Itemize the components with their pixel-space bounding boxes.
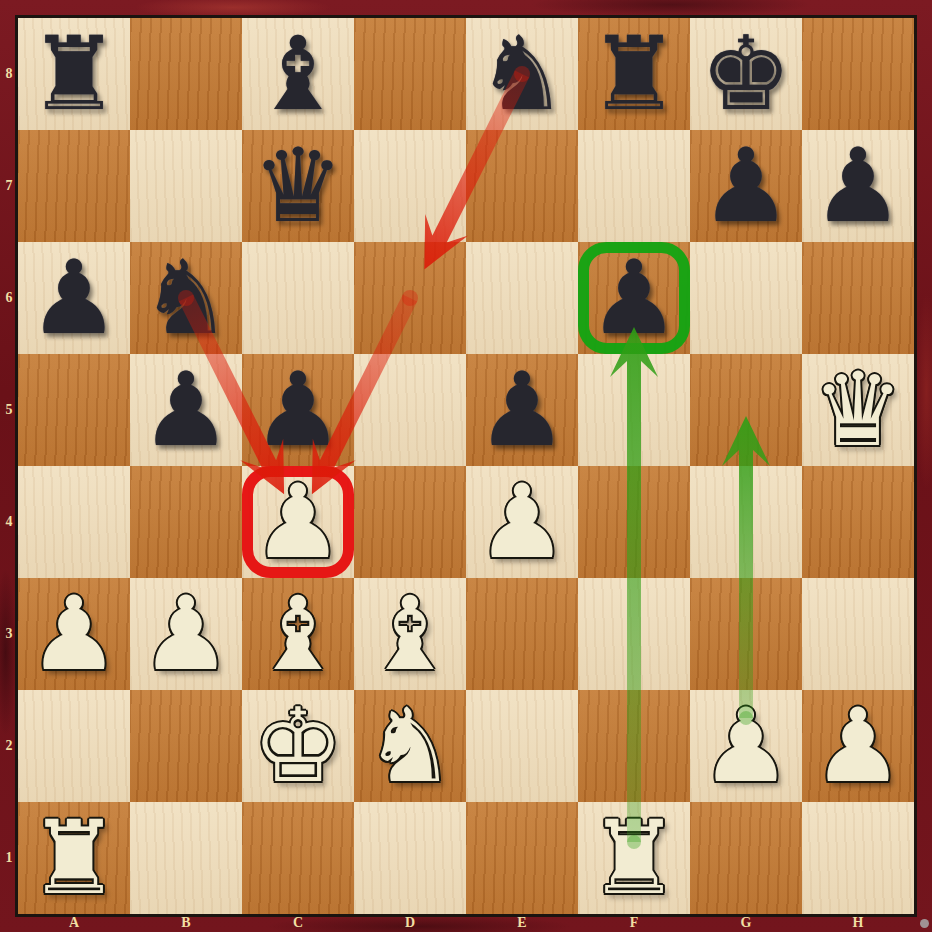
- file-coordinates: A B C D E F G H: [18, 913, 914, 932]
- piece-black-king-g8[interactable]: ♚: [700, 23, 791, 125]
- square-a6[interactable]: ♟: [18, 242, 130, 354]
- square-a7[interactable]: [18, 130, 130, 242]
- square-b1[interactable]: [130, 802, 242, 914]
- square-g2[interactable]: ♟: [690, 690, 802, 802]
- piece-white-rook-a1[interactable]: ♜: [28, 807, 119, 909]
- square-h6[interactable]: [802, 242, 914, 354]
- square-a2[interactable]: [18, 690, 130, 802]
- square-d6[interactable]: [354, 242, 466, 354]
- file-label-b: B: [130, 913, 242, 932]
- piece-white-pawn-e4[interactable]: ♟: [476, 471, 567, 573]
- square-c1[interactable]: [242, 802, 354, 914]
- square-g5[interactable]: [690, 354, 802, 466]
- rank-label-8: 8: [0, 18, 18, 130]
- square-g6[interactable]: [690, 242, 802, 354]
- file-label-e: E: [466, 913, 578, 932]
- square-c6[interactable]: [242, 242, 354, 354]
- square-a5[interactable]: [18, 354, 130, 466]
- square-c3[interactable]: ♝: [242, 578, 354, 690]
- square-b4[interactable]: [130, 466, 242, 578]
- square-f6[interactable]: ♟: [578, 242, 690, 354]
- square-f5[interactable]: [578, 354, 690, 466]
- square-h2[interactable]: ♟: [802, 690, 914, 802]
- piece-white-bishop-d3[interactable]: ♝: [364, 583, 455, 685]
- square-h5[interactable]: ♛: [802, 354, 914, 466]
- square-e5[interactable]: ♟: [466, 354, 578, 466]
- piece-black-pawn-e5[interactable]: ♟: [476, 359, 567, 461]
- square-h4[interactable]: [802, 466, 914, 578]
- rank-label-5: 5: [0, 354, 18, 466]
- piece-black-pawn-c5[interactable]: ♟: [252, 359, 343, 461]
- rank-coordinates: 8 7 6 5 4 3 2 1: [0, 18, 18, 914]
- square-g1[interactable]: [690, 802, 802, 914]
- piece-black-queen-c7[interactable]: ♛: [252, 135, 343, 237]
- square-e4[interactable]: ♟: [466, 466, 578, 578]
- square-h1[interactable]: [802, 802, 914, 914]
- square-b7[interactable]: [130, 130, 242, 242]
- file-label-h: H: [802, 913, 914, 932]
- square-g8[interactable]: ♚: [690, 18, 802, 130]
- piece-black-knight-b6[interactable]: ♞: [140, 247, 231, 349]
- square-e6[interactable]: [466, 242, 578, 354]
- piece-white-pawn-c4[interactable]: ♟: [252, 471, 343, 573]
- square-f3[interactable]: [578, 578, 690, 690]
- square-d2[interactable]: ♞: [354, 690, 466, 802]
- rank-label-1: 1: [0, 802, 18, 914]
- square-c7[interactable]: ♛: [242, 130, 354, 242]
- square-a3[interactable]: ♟: [18, 578, 130, 690]
- piece-black-rook-f8[interactable]: ♜: [588, 23, 679, 125]
- square-e3[interactable]: [466, 578, 578, 690]
- piece-white-pawn-b3[interactable]: ♟: [140, 583, 231, 685]
- square-b8[interactable]: [130, 18, 242, 130]
- piece-black-pawn-a6[interactable]: ♟: [28, 247, 119, 349]
- board-frame: 8 7 6 5 4 3 2 1 ♜♝♞♜♚♛♟♟♟♞♟♟♟♟♛♟♟♟♟♝♝♚♞♟…: [0, 0, 932, 932]
- square-g4[interactable]: [690, 466, 802, 578]
- square-e1[interactable]: [466, 802, 578, 914]
- square-e2[interactable]: [466, 690, 578, 802]
- piece-black-pawn-g7[interactable]: ♟: [700, 135, 791, 237]
- square-c5[interactable]: ♟: [242, 354, 354, 466]
- square-g3[interactable]: [690, 578, 802, 690]
- square-f4[interactable]: [578, 466, 690, 578]
- file-label-f: F: [578, 913, 690, 932]
- square-a8[interactable]: ♜: [18, 18, 130, 130]
- piece-black-bishop-c8[interactable]: ♝: [252, 23, 343, 125]
- square-d8[interactable]: [354, 18, 466, 130]
- square-d1[interactable]: [354, 802, 466, 914]
- square-a1[interactable]: ♜: [18, 802, 130, 914]
- square-d3[interactable]: ♝: [354, 578, 466, 690]
- chess-board: ♜♝♞♜♚♛♟♟♟♞♟♟♟♟♛♟♟♟♟♝♝♚♞♟♟♜♜: [18, 18, 914, 914]
- rank-label-3: 3: [0, 578, 18, 690]
- square-c4[interactable]: ♟: [242, 466, 354, 578]
- piece-black-pawn-b5[interactable]: ♟: [140, 359, 231, 461]
- square-c2[interactable]: ♚: [242, 690, 354, 802]
- square-a4[interactable]: [18, 466, 130, 578]
- square-h3[interactable]: [802, 578, 914, 690]
- square-f7[interactable]: [578, 130, 690, 242]
- piece-white-knight-d2[interactable]: ♞: [364, 695, 455, 797]
- piece-white-king-c2[interactable]: ♚: [252, 695, 343, 797]
- square-d5[interactable]: [354, 354, 466, 466]
- square-b6[interactable]: ♞: [130, 242, 242, 354]
- square-h8[interactable]: [802, 18, 914, 130]
- piece-black-pawn-h7[interactable]: ♟: [812, 135, 903, 237]
- piece-white-rook-f1[interactable]: ♜: [588, 807, 679, 909]
- square-b5[interactable]: ♟: [130, 354, 242, 466]
- square-g7[interactable]: ♟: [690, 130, 802, 242]
- square-h7[interactable]: ♟: [802, 130, 914, 242]
- square-e7[interactable]: [466, 130, 578, 242]
- square-d7[interactable]: [354, 130, 466, 242]
- square-f8[interactable]: ♜: [578, 18, 690, 130]
- piece-black-pawn-f6[interactable]: ♟: [588, 247, 679, 349]
- piece-white-queen-h5[interactable]: ♛: [812, 359, 903, 461]
- square-b3[interactable]: ♟: [130, 578, 242, 690]
- file-label-c: C: [242, 913, 354, 932]
- piece-white-pawn-g2[interactable]: ♟: [700, 695, 791, 797]
- rank-label-7: 7: [0, 130, 18, 242]
- rank-label-2: 2: [0, 690, 18, 802]
- piece-black-rook-a8[interactable]: ♜: [28, 23, 119, 125]
- piece-black-knight-e8[interactable]: ♞: [476, 23, 567, 125]
- rank-label-4: 4: [0, 466, 18, 578]
- rank-label-6: 6: [0, 242, 18, 354]
- resize-grip[interactable]: [920, 919, 929, 928]
- square-b2[interactable]: [130, 690, 242, 802]
- piece-white-pawn-a3[interactable]: ♟: [28, 583, 119, 685]
- file-label-a: A: [18, 913, 130, 932]
- square-f1[interactable]: ♜: [578, 802, 690, 914]
- file-label-g: G: [690, 913, 802, 932]
- square-d4[interactable]: [354, 466, 466, 578]
- piece-white-bishop-c3[interactable]: ♝: [252, 583, 343, 685]
- square-f2[interactable]: [578, 690, 690, 802]
- file-label-d: D: [354, 913, 466, 932]
- square-e8[interactable]: ♞: [466, 18, 578, 130]
- square-c8[interactable]: ♝: [242, 18, 354, 130]
- piece-white-pawn-h2[interactable]: ♟: [812, 695, 903, 797]
